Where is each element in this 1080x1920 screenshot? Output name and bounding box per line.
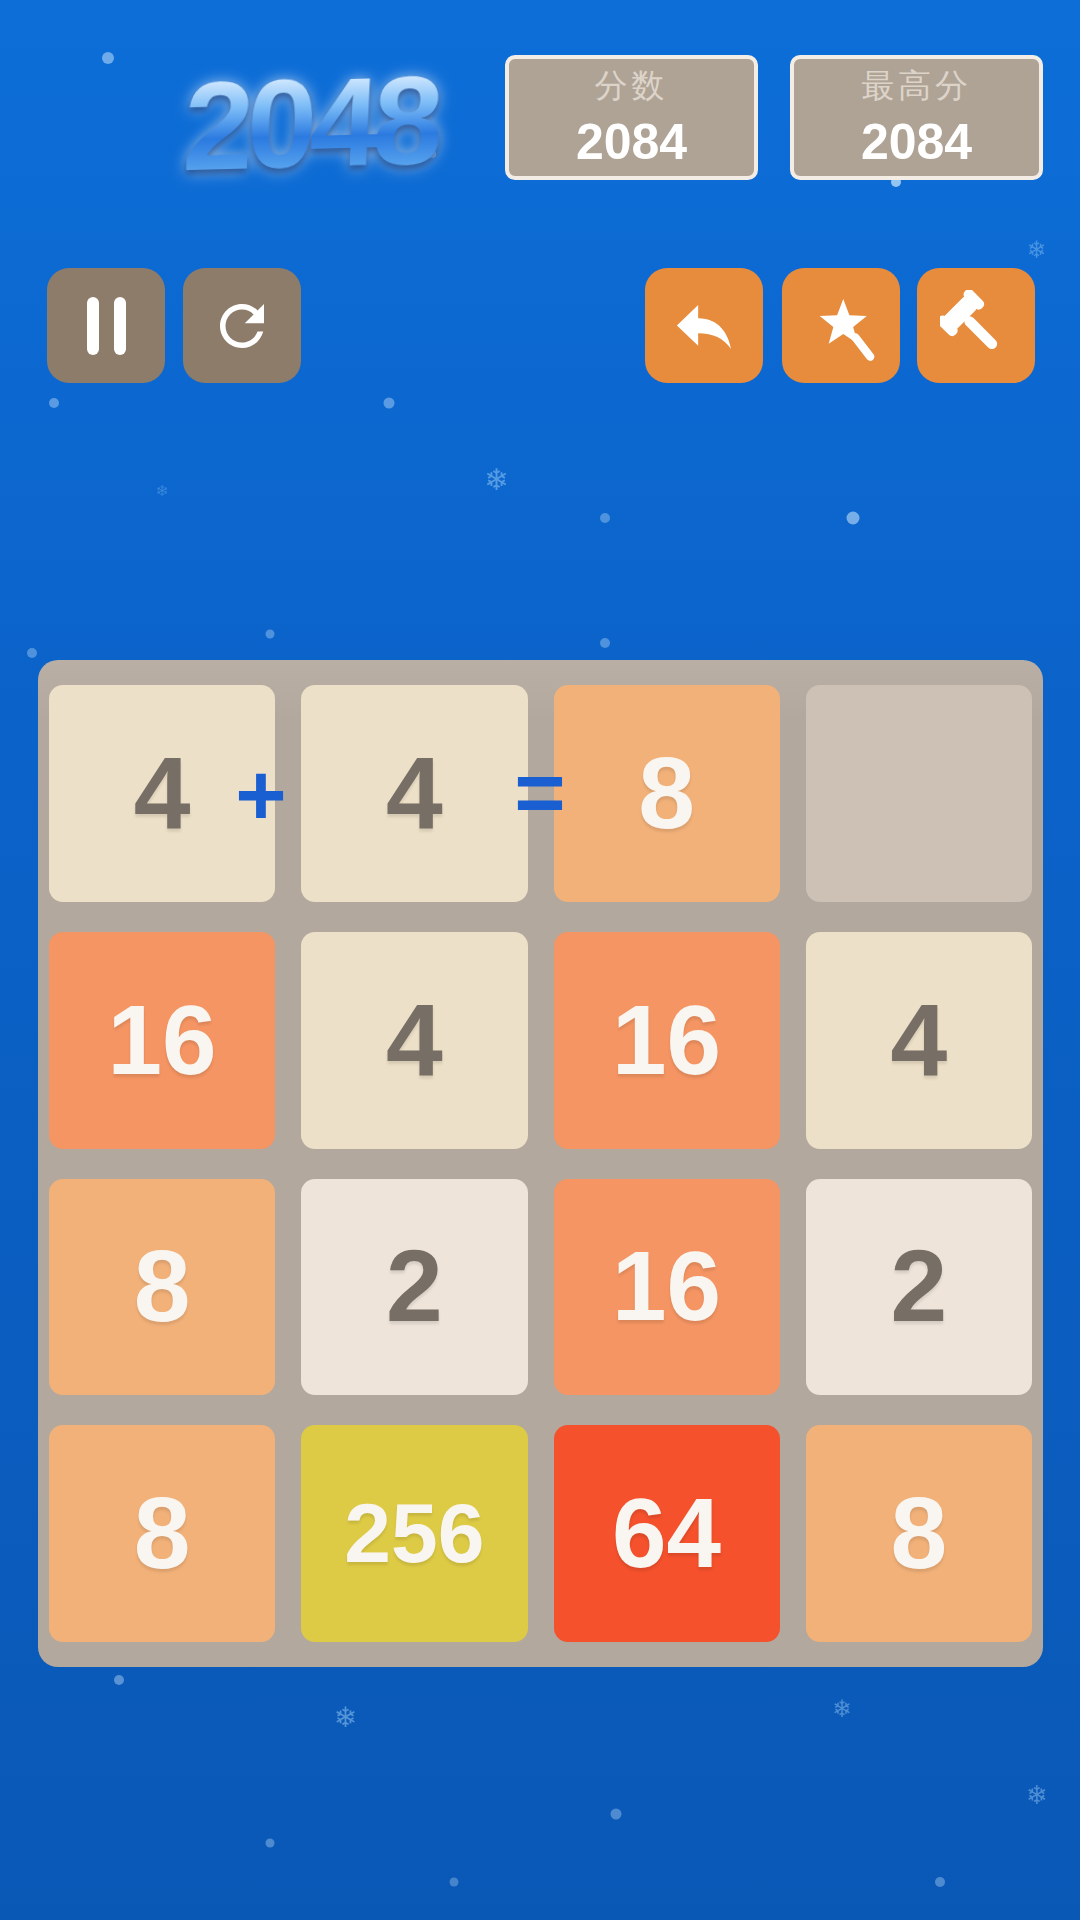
tile-r3c4: 2: [806, 1179, 1032, 1396]
tile-r1c2: 4: [301, 685, 527, 902]
tile-r1c3: 8: [554, 685, 780, 902]
tile-r3c3: 16: [554, 1179, 780, 1396]
tile-r2c4: 4: [806, 932, 1032, 1149]
magic-wand-button[interactable]: [782, 268, 900, 383]
magic-wand-icon: [805, 290, 877, 362]
best-score-label: 最高分: [861, 64, 972, 109]
game-screen: { "game": "2048", "position": { "grid": …: [0, 0, 1080, 1920]
merge-hint-plus: +: [235, 744, 286, 846]
snow-dot: [610, 1809, 621, 1820]
tile-r2c3: 16: [554, 932, 780, 1149]
tile-r3c1: 8: [49, 1179, 275, 1396]
score-value: 2084: [576, 113, 687, 171]
snow-dot: [600, 638, 610, 648]
snow-dot: [49, 398, 59, 408]
hammer-icon: [940, 290, 1012, 362]
game-logo: 2048: [96, 33, 524, 214]
snowflake-icon: ❄: [1026, 1782, 1048, 1808]
snow-dot: [847, 512, 860, 525]
snow-dot: [600, 513, 610, 523]
snowflake-icon: ❄: [484, 465, 509, 495]
tile-r4c3: 64: [554, 1425, 780, 1642]
tile-r3c2: 2: [301, 1179, 527, 1396]
undo-arrow-icon: [669, 291, 739, 361]
snowflake-icon: ❄: [1027, 238, 1047, 262]
snow-dot: [114, 1675, 124, 1685]
tile-r2c2: 4: [301, 932, 527, 1149]
tile-r2c1: 16: [49, 932, 275, 1149]
snow-dot: [27, 648, 37, 658]
score-label: 分数: [595, 64, 669, 109]
snowflake-icon: ❄: [832, 1697, 852, 1721]
snowflake-icon: ❄: [334, 1704, 357, 1732]
tile-r4c4: 8: [806, 1425, 1032, 1642]
score-box: 分数 2084: [505, 55, 758, 180]
best-score-value: 2084: [861, 113, 972, 171]
best-score-box: 最高分 2084: [790, 55, 1043, 180]
hammer-button[interactable]: [917, 268, 1035, 383]
tile-r4c2: 256: [301, 1425, 527, 1642]
merge-hint-equals: =: [514, 741, 565, 843]
restart-button[interactable]: [183, 268, 301, 383]
undo-button[interactable]: [645, 268, 763, 383]
pause-icon: [87, 297, 126, 355]
snowflake-icon: ❄: [156, 482, 169, 497]
restart-icon: [209, 293, 275, 359]
snow-dot: [449, 1877, 458, 1886]
empty-cell-r1c4: [806, 685, 1032, 902]
pause-button[interactable]: [47, 268, 165, 383]
tile-r4c1: 8: [49, 1425, 275, 1642]
snow-dot: [266, 1839, 275, 1848]
snow-dot: [266, 629, 275, 638]
snow-dot: [383, 398, 394, 409]
snow-dot: [935, 1877, 945, 1887]
